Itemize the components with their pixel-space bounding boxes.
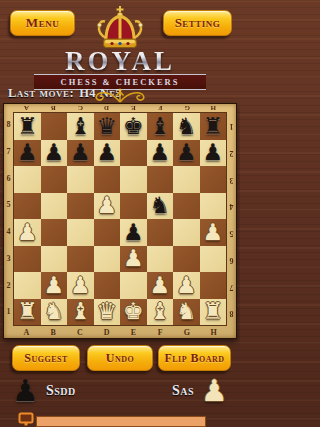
black-player: ♟ Ssdd	[12, 376, 76, 406]
ad-banner[interactable]	[36, 416, 206, 427]
chess-board: ABCDEFGH 87654321 12345678 ♜♝♛♚♝♞♜♟♟♟♟♟♟…	[3, 103, 237, 339]
square-b7[interactable]: ♟	[41, 140, 68, 167]
square-e5[interactable]	[120, 193, 147, 220]
white-rook[interactable]: ♜	[17, 300, 38, 323]
file-label-bottom-b: B	[40, 326, 67, 339]
square-d1[interactable]: ♛	[94, 299, 121, 326]
file-label-bottom-d: D	[93, 326, 120, 339]
rank-label-right-5: 5	[227, 219, 236, 246]
square-g8[interactable]: ♞	[173, 113, 200, 140]
black-pawn[interactable]: ♟	[123, 221, 144, 244]
square-a3[interactable]	[14, 246, 41, 273]
black-king[interactable]: ♚	[123, 115, 144, 138]
square-h4[interactable]: ♟	[200, 219, 227, 246]
square-c6[interactable]	[67, 166, 94, 193]
black-knight[interactable]: ♞	[176, 115, 197, 138]
file-label-top-a: A	[13, 104, 40, 112]
white-knight[interactable]: ♞	[43, 300, 64, 323]
square-d8[interactable]: ♛	[94, 113, 121, 140]
menu-button[interactable]: Menu	[10, 10, 75, 36]
white-bishop[interactable]: ♝	[70, 300, 91, 323]
square-b8[interactable]	[41, 113, 68, 140]
file-label-bottom-g: G	[174, 326, 201, 339]
square-f3[interactable]	[147, 246, 174, 273]
square-g2[interactable]: ♟	[173, 272, 200, 299]
square-a5[interactable]	[14, 193, 41, 220]
file-label-top-g: G	[174, 104, 201, 112]
square-h8[interactable]: ♜	[200, 113, 227, 140]
black-bishop[interactable]: ♝	[70, 115, 91, 138]
black-rook[interactable]: ♜	[202, 115, 223, 138]
square-d5[interactable]: ♟	[94, 193, 121, 220]
square-e8[interactable]: ♚	[120, 113, 147, 140]
square-a4[interactable]: ♟	[14, 219, 41, 246]
white-pawn[interactable]: ♟	[70, 274, 91, 297]
white-pawn[interactable]: ♟	[17, 221, 38, 244]
square-c2[interactable]: ♟	[67, 272, 94, 299]
white-player-name: Sas	[172, 383, 194, 399]
square-f8[interactable]: ♝	[147, 113, 174, 140]
rank-label-right-6: 6	[227, 246, 236, 273]
rank-label-left-8: 8	[4, 112, 13, 139]
square-e6[interactable]	[120, 166, 147, 193]
file-label-bottom-f: F	[147, 326, 174, 339]
black-knight[interactable]: ♞	[149, 194, 170, 217]
square-a2[interactable]	[14, 272, 41, 299]
square-b4[interactable]	[41, 219, 68, 246]
white-knight[interactable]: ♞	[176, 300, 197, 323]
white-pawn[interactable]: ♟	[43, 274, 64, 297]
square-f4[interactable]	[147, 219, 174, 246]
square-h1[interactable]: ♜	[200, 299, 227, 326]
square-g3[interactable]	[173, 246, 200, 273]
square-b5[interactable]	[41, 193, 68, 220]
white-bishop[interactable]: ♝	[149, 300, 170, 323]
black-pawn-icon: ♟	[12, 376, 39, 406]
black-bishop[interactable]: ♝	[149, 115, 170, 138]
square-f5[interactable]: ♞	[147, 193, 174, 220]
square-f2[interactable]: ♟	[147, 272, 174, 299]
square-c4[interactable]	[67, 219, 94, 246]
file-labels-bottom: ABCDEFGH	[13, 326, 227, 339]
black-queen[interactable]: ♛	[96, 115, 117, 138]
black-player-name: Ssdd	[46, 383, 76, 399]
rank-label-left-6: 6	[4, 166, 13, 193]
white-pawn[interactable]: ♟	[202, 221, 223, 244]
flip-board-button[interactable]: Flip Board	[158, 345, 231, 371]
file-label-top-f: F	[147, 104, 174, 112]
rank-label-right-8: 8	[227, 299, 236, 326]
white-pawn[interactable]: ♟	[176, 274, 197, 297]
suggest-button[interactable]: Suggest	[12, 345, 80, 371]
setting-button[interactable]: Setting	[163, 10, 232, 36]
square-d2[interactable]	[94, 272, 121, 299]
black-pawn[interactable]: ♟	[96, 141, 117, 164]
square-d7[interactable]: ♟	[94, 140, 121, 167]
rank-label-right-4: 4	[227, 192, 236, 219]
white-pawn-icon: ♟	[201, 376, 228, 406]
square-f7[interactable]: ♟	[147, 140, 174, 167]
square-g6[interactable]	[173, 166, 200, 193]
square-a8[interactable]: ♜	[14, 113, 41, 140]
square-h2[interactable]	[200, 272, 227, 299]
monitor-icon	[18, 412, 34, 427]
white-pawn[interactable]: ♟	[96, 194, 117, 217]
rank-labels-right: 12345678	[227, 112, 236, 326]
square-e4[interactable]: ♟	[120, 219, 147, 246]
square-h3[interactable]	[200, 246, 227, 273]
white-rook[interactable]: ♜	[202, 300, 223, 323]
square-g5[interactable]	[173, 193, 200, 220]
square-f1[interactable]: ♝	[147, 299, 174, 326]
rank-label-left-5: 5	[4, 192, 13, 219]
square-a6[interactable]	[14, 166, 41, 193]
black-pawn[interactable]: ♟	[70, 141, 91, 164]
black-pawn[interactable]: ♟	[202, 141, 223, 164]
file-label-top-h: H	[200, 104, 227, 112]
rank-label-right-1: 1	[227, 112, 236, 139]
black-pawn[interactable]: ♟	[17, 141, 38, 164]
black-pawn[interactable]: ♟	[176, 141, 197, 164]
file-label-bottom-e: E	[120, 326, 147, 339]
black-pawn[interactable]: ♟	[43, 141, 64, 164]
white-player: Sas ♟	[172, 376, 228, 406]
black-pawn[interactable]: ♟	[149, 141, 170, 164]
square-e2[interactable]	[120, 272, 147, 299]
rank-label-left-3: 3	[4, 246, 13, 273]
square-c3[interactable]	[67, 246, 94, 273]
undo-button[interactable]: Undo	[87, 345, 153, 371]
app-screen: { "app": { "name": "Royal Chess & Checke…	[0, 0, 240, 427]
square-d3[interactable]	[94, 246, 121, 273]
white-pawn[interactable]: ♟	[123, 247, 144, 270]
square-d4[interactable]	[94, 219, 121, 246]
square-c7[interactable]: ♟	[67, 140, 94, 167]
square-g1[interactable]: ♞	[173, 299, 200, 326]
square-c8[interactable]: ♝	[67, 113, 94, 140]
player-bar: ♟ Ssdd Sas ♟	[0, 370, 240, 412]
file-label-top-b: B	[40, 104, 67, 112]
rank-label-left-7: 7	[4, 139, 13, 166]
rank-label-right-7: 7	[227, 273, 236, 300]
square-e3[interactable]: ♟	[120, 246, 147, 273]
square-c5[interactable]	[67, 193, 94, 220]
rank-label-right-3: 3	[227, 166, 236, 193]
square-g7[interactable]: ♟	[173, 140, 200, 167]
rank-label-left-1: 1	[4, 299, 13, 326]
square-b6[interactable]	[41, 166, 68, 193]
last-move-label: Last move:	[8, 86, 74, 101]
board-crest-ornament-icon	[90, 87, 150, 109]
white-queen[interactable]: ♛	[96, 300, 117, 323]
rank-label-left-2: 2	[4, 273, 13, 300]
file-label-bottom-a: A	[13, 326, 40, 339]
square-h7[interactable]: ♟	[200, 140, 227, 167]
square-b2[interactable]: ♟	[41, 272, 68, 299]
rank-label-left-4: 4	[4, 219, 13, 246]
white-king[interactable]: ♚	[123, 300, 144, 323]
square-b1[interactable]: ♞	[41, 299, 68, 326]
square-d6[interactable]	[94, 166, 121, 193]
rank-labels-left: 87654321	[4, 112, 13, 326]
board-grid: ♜♝♛♚♝♞♜♟♟♟♟♟♟♟♟♞♟♟♟♟♟♟♟♟♜♞♝♛♚♝♞♜	[13, 112, 227, 326]
black-rook[interactable]: ♜	[17, 115, 38, 138]
square-a7[interactable]: ♟	[14, 140, 41, 167]
square-f6[interactable]	[147, 166, 174, 193]
square-e1[interactable]: ♚	[120, 299, 147, 326]
file-label-bottom-c: C	[67, 326, 94, 339]
square-a1[interactable]: ♜	[14, 299, 41, 326]
file-label-bottom-h: H	[200, 326, 227, 339]
rank-label-right-2: 2	[227, 139, 236, 166]
square-h5[interactable]	[200, 193, 227, 220]
white-pawn[interactable]: ♟	[149, 274, 170, 297]
square-g4[interactable]	[173, 219, 200, 246]
square-e7[interactable]	[120, 140, 147, 167]
square-h6[interactable]	[200, 166, 227, 193]
square-c1[interactable]: ♝	[67, 299, 94, 326]
square-b3[interactable]	[41, 246, 68, 273]
app-title: ROYAL	[0, 47, 240, 75]
